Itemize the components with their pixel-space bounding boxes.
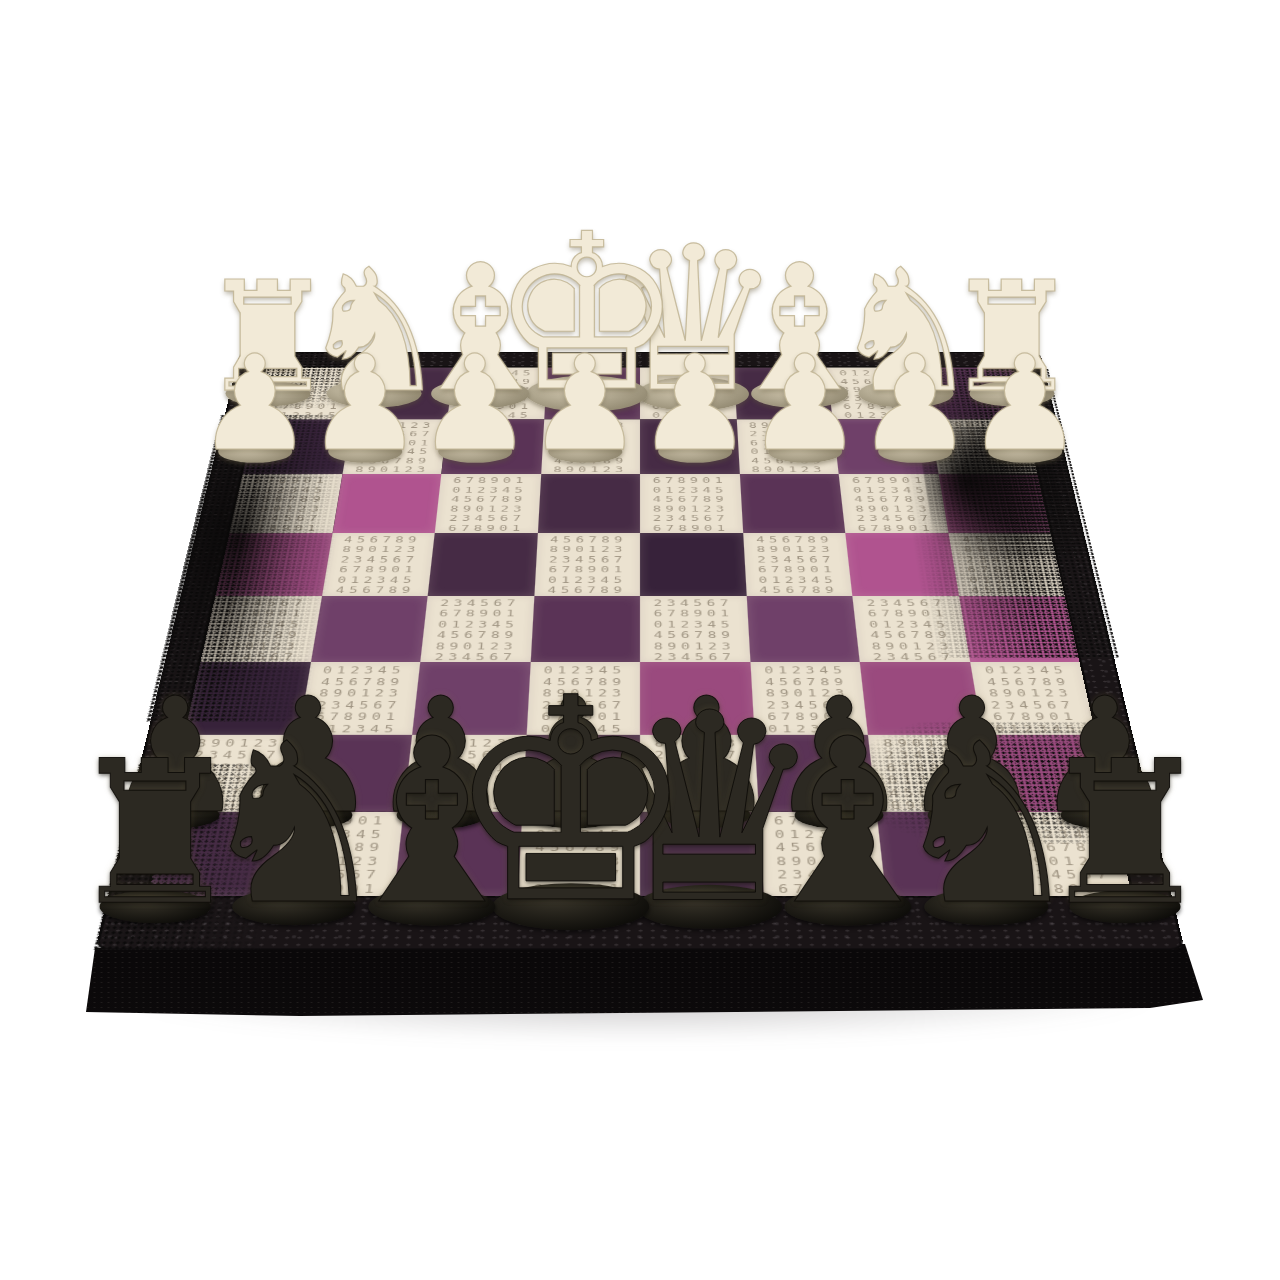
- square-h4[interactable]: [215, 533, 332, 596]
- square-f4[interactable]: [428, 533, 538, 596]
- square-digit-texture: 678901: [640, 523, 743, 532]
- square-digit-texture: 234567: [200, 652, 312, 663]
- square-digit-texture: 456789: [957, 585, 1065, 595]
- square-e4[interactable]: 456789890123234567678901012345456789: [534, 533, 640, 596]
- square-g3[interactable]: [332, 474, 441, 533]
- white-pawn[interactable]: ♟: [746, 338, 864, 470]
- square-a4[interactable]: 456789890123234567678901012345456789: [948, 533, 1065, 596]
- white-pawn[interactable]: ♟: [196, 338, 314, 470]
- square-c5[interactable]: [746, 595, 860, 662]
- square-digit-texture: 678901: [640, 608, 747, 619]
- square-digit-texture: 456789: [534, 585, 640, 595]
- square-f3[interactable]: 678901012345456789890123234567678901: [435, 474, 541, 533]
- square-digit-texture: 234567: [859, 652, 970, 663]
- square-h5[interactable]: 234567678901012345456789890123234567: [200, 595, 321, 662]
- white-pawn[interactable]: ♟: [306, 338, 424, 470]
- square-c3[interactable]: [739, 474, 845, 533]
- square-h3[interactable]: 678901012345456789890123234567678901: [229, 474, 341, 533]
- square-digit-texture: 678901: [844, 523, 948, 532]
- square-b3[interactable]: 678901012345456789890123234567678901: [839, 474, 948, 533]
- square-digit-texture: 456789: [856, 630, 966, 641]
- square-c4[interactable]: 456789890123234567678901012345456789: [743, 533, 853, 596]
- square-e3[interactable]: [537, 474, 640, 533]
- square-digit-texture: 456789: [746, 585, 853, 595]
- square-g4[interactable]: 456789890123234567678901012345456789: [322, 533, 435, 596]
- white-pawn[interactable]: ♟: [966, 338, 1084, 470]
- square-digit-texture: 678901: [425, 608, 533, 619]
- white-pawn[interactable]: ♟: [526, 338, 644, 470]
- scene: 0123454567898901232345676789010123450123…: [0, 0, 1280, 1280]
- square-digit-texture: 678901: [210, 608, 319, 619]
- square-digit-texture: 678901: [435, 523, 538, 532]
- square-digit-texture: 678901: [854, 608, 963, 619]
- square-b4[interactable]: [845, 533, 958, 596]
- square-a3[interactable]: [938, 474, 1050, 533]
- square-a5[interactable]: [958, 595, 1079, 662]
- white-pawn[interactable]: ♟: [856, 338, 974, 470]
- black-rook[interactable]: ♜: [66, 734, 243, 932]
- white-pawn[interactable]: ♟: [636, 338, 754, 470]
- square-digit-texture: 456789: [322, 585, 429, 595]
- square-g5[interactable]: [310, 595, 427, 662]
- square-digit-texture: 456789: [205, 630, 316, 641]
- square-d4[interactable]: [640, 533, 746, 596]
- square-d3[interactable]: 678901012345456789890123234567678901: [640, 474, 743, 533]
- square-digit-texture: 678901: [229, 523, 333, 532]
- square-b5[interactable]: 234567678901012345456789890123234567: [852, 595, 969, 662]
- white-pawn[interactable]: ♟: [416, 338, 534, 470]
